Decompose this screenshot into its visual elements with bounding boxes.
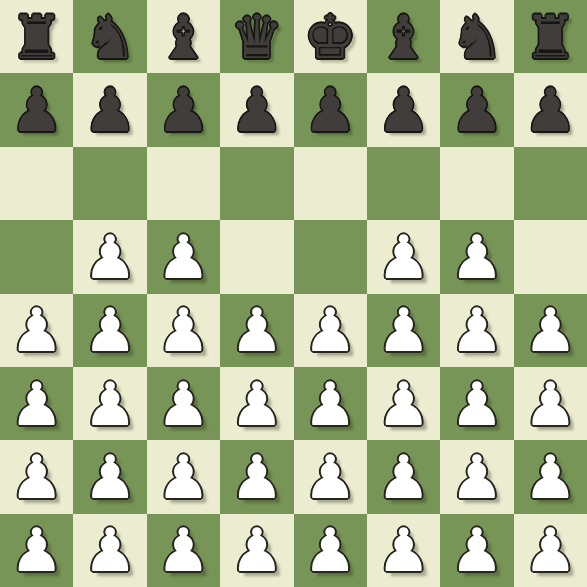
square-b6[interactable] [73, 147, 146, 220]
piece-white-pawn[interactable]: ♟ [377, 300, 431, 360]
piece-white-pawn[interactable]: ♟ [377, 520, 431, 580]
piece-black-rook[interactable]: ♜ [10, 7, 64, 67]
square-a4[interactable]: ♟ [0, 294, 73, 367]
square-b1[interactable]: ♟ [73, 514, 146, 587]
piece-white-pawn[interactable]: ♟ [10, 520, 64, 580]
square-h6[interactable] [514, 147, 587, 220]
square-g5[interactable]: ♟ [440, 220, 513, 293]
piece-white-pawn[interactable]: ♟ [83, 374, 137, 434]
piece-white-pawn[interactable]: ♟ [83, 447, 137, 507]
square-g4[interactable]: ♟ [440, 294, 513, 367]
piece-white-pawn[interactable]: ♟ [10, 300, 64, 360]
piece-black-pawn[interactable]: ♟ [10, 80, 64, 140]
piece-white-pawn[interactable]: ♟ [230, 300, 284, 360]
piece-black-knight[interactable]: ♞ [83, 7, 137, 67]
square-c7[interactable]: ♟ [147, 73, 220, 146]
piece-black-pawn[interactable]: ♟ [450, 80, 504, 140]
piece-white-pawn[interactable]: ♟ [377, 227, 431, 287]
square-d2[interactable]: ♟ [220, 440, 293, 513]
square-g3[interactable]: ♟ [440, 367, 513, 440]
piece-black-queen[interactable]: ♛ [230, 7, 284, 67]
square-h5[interactable] [514, 220, 587, 293]
square-c8[interactable]: ♝ [147, 0, 220, 73]
piece-black-rook[interactable]: ♜ [523, 7, 577, 67]
square-e8[interactable]: ♚ [294, 0, 367, 73]
piece-black-pawn[interactable]: ♟ [303, 80, 357, 140]
piece-black-king[interactable]: ♚ [303, 7, 357, 67]
piece-white-pawn[interactable]: ♟ [157, 374, 211, 434]
piece-white-pawn[interactable]: ♟ [303, 447, 357, 507]
piece-white-pawn[interactable]: ♟ [10, 447, 64, 507]
square-d6[interactable] [220, 147, 293, 220]
square-h7[interactable]: ♟ [514, 73, 587, 146]
square-a5[interactable] [0, 220, 73, 293]
piece-black-bishop[interactable]: ♝ [377, 7, 431, 67]
piece-white-pawn[interactable]: ♟ [377, 447, 431, 507]
piece-white-pawn[interactable]: ♟ [377, 374, 431, 434]
square-f5[interactable]: ♟ [367, 220, 440, 293]
square-b4[interactable]: ♟ [73, 294, 146, 367]
square-b3[interactable]: ♟ [73, 367, 146, 440]
square-c3[interactable]: ♟ [147, 367, 220, 440]
square-c4[interactable]: ♟ [147, 294, 220, 367]
piece-black-pawn[interactable]: ♟ [83, 80, 137, 140]
piece-white-pawn[interactable]: ♟ [303, 374, 357, 434]
square-c5[interactable]: ♟ [147, 220, 220, 293]
square-a6[interactable] [0, 147, 73, 220]
square-h2[interactable]: ♟ [514, 440, 587, 513]
piece-white-pawn[interactable]: ♟ [157, 447, 211, 507]
square-e7[interactable]: ♟ [294, 73, 367, 146]
square-f2[interactable]: ♟ [367, 440, 440, 513]
piece-white-pawn[interactable]: ♟ [450, 520, 504, 580]
piece-white-pawn[interactable]: ♟ [450, 447, 504, 507]
square-a7[interactable]: ♟ [0, 73, 73, 146]
piece-white-pawn[interactable]: ♟ [157, 227, 211, 287]
piece-black-knight[interactable]: ♞ [450, 7, 504, 67]
piece-white-pawn[interactable]: ♟ [83, 520, 137, 580]
piece-white-pawn[interactable]: ♟ [450, 374, 504, 434]
square-g1[interactable]: ♟ [440, 514, 513, 587]
square-a2[interactable]: ♟ [0, 440, 73, 513]
chess-board: ♜♞♝♛♚♝♞♜♟♟♟♟♟♟♟♟♟♟♟♟♟♟♟♟♟♟♟♟♟♟♟♟♟♟♟♟♟♟♟♟… [0, 0, 587, 587]
square-g7[interactable]: ♟ [440, 73, 513, 146]
square-e4[interactable]: ♟ [294, 294, 367, 367]
piece-white-pawn[interactable]: ♟ [450, 300, 504, 360]
piece-black-pawn[interactable]: ♟ [157, 80, 211, 140]
square-f3[interactable]: ♟ [367, 367, 440, 440]
square-c1[interactable]: ♟ [147, 514, 220, 587]
square-d3[interactable]: ♟ [220, 367, 293, 440]
piece-white-pawn[interactable]: ♟ [523, 374, 577, 434]
square-h1[interactable]: ♟ [514, 514, 587, 587]
square-e6[interactable] [294, 147, 367, 220]
square-g2[interactable]: ♟ [440, 440, 513, 513]
piece-white-pawn[interactable]: ♟ [230, 374, 284, 434]
square-d1[interactable]: ♟ [220, 514, 293, 587]
square-f7[interactable]: ♟ [367, 73, 440, 146]
piece-white-pawn[interactable]: ♟ [83, 300, 137, 360]
piece-black-pawn[interactable]: ♟ [523, 80, 577, 140]
square-e5[interactable] [294, 220, 367, 293]
square-a8[interactable]: ♜ [0, 0, 73, 73]
piece-white-pawn[interactable]: ♟ [83, 227, 137, 287]
square-h8[interactable]: ♜ [514, 0, 587, 73]
square-f1[interactable]: ♟ [367, 514, 440, 587]
square-b2[interactable]: ♟ [73, 440, 146, 513]
piece-white-pawn[interactable]: ♟ [303, 520, 357, 580]
square-g6[interactable] [440, 147, 513, 220]
piece-white-pawn[interactable]: ♟ [157, 520, 211, 580]
square-f8[interactable]: ♝ [367, 0, 440, 73]
square-d8[interactable]: ♛ [220, 0, 293, 73]
piece-black-pawn[interactable]: ♟ [230, 80, 284, 140]
square-h3[interactable]: ♟ [514, 367, 587, 440]
square-d5[interactable] [220, 220, 293, 293]
square-f6[interactable] [367, 147, 440, 220]
piece-black-pawn[interactable]: ♟ [377, 80, 431, 140]
piece-white-pawn[interactable]: ♟ [230, 447, 284, 507]
square-g8[interactable]: ♞ [440, 0, 513, 73]
piece-white-pawn[interactable]: ♟ [10, 374, 64, 434]
piece-white-pawn[interactable]: ♟ [230, 520, 284, 580]
piece-white-pawn[interactable]: ♟ [303, 300, 357, 360]
piece-white-pawn[interactable]: ♟ [450, 227, 504, 287]
square-b8[interactable]: ♞ [73, 0, 146, 73]
square-d7[interactable]: ♟ [220, 73, 293, 146]
square-b7[interactable]: ♟ [73, 73, 146, 146]
piece-white-pawn[interactable]: ♟ [523, 520, 577, 580]
square-d4[interactable]: ♟ [220, 294, 293, 367]
square-h4[interactable]: ♟ [514, 294, 587, 367]
square-e1[interactable]: ♟ [294, 514, 367, 587]
square-a1[interactable]: ♟ [0, 514, 73, 587]
piece-white-pawn[interactable]: ♟ [157, 300, 211, 360]
square-c2[interactable]: ♟ [147, 440, 220, 513]
piece-black-bishop[interactable]: ♝ [157, 7, 211, 67]
square-e2[interactable]: ♟ [294, 440, 367, 513]
square-e3[interactable]: ♟ [294, 367, 367, 440]
square-c6[interactable] [147, 147, 220, 220]
square-b5[interactable]: ♟ [73, 220, 146, 293]
square-a3[interactable]: ♟ [0, 367, 73, 440]
piece-white-pawn[interactable]: ♟ [523, 447, 577, 507]
square-f4[interactable]: ♟ [367, 294, 440, 367]
piece-white-pawn[interactable]: ♟ [523, 300, 577, 360]
